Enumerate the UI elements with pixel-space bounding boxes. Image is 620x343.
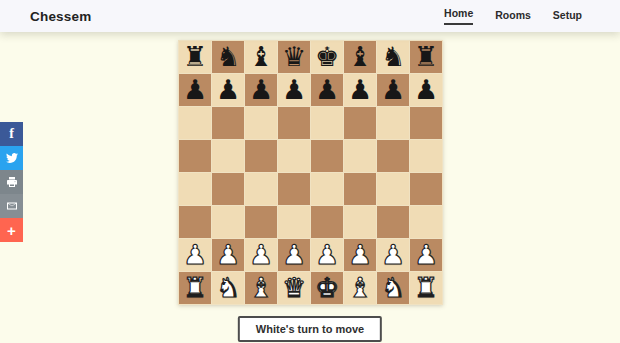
square-e2[interactable]: ♟ bbox=[311, 239, 343, 271]
square-d6[interactable] bbox=[278, 107, 310, 139]
piece-bN-b8[interactable]: ♞ bbox=[216, 41, 240, 73]
square-f7[interactable]: ♟ bbox=[344, 74, 376, 106]
square-e3[interactable] bbox=[311, 206, 343, 238]
square-h3[interactable] bbox=[410, 206, 442, 238]
piece-bP-e7[interactable]: ♟ bbox=[315, 74, 339, 106]
piece-wB-f1[interactable]: ♝ bbox=[348, 272, 372, 304]
piece-wP-g2[interactable]: ♟ bbox=[381, 239, 405, 271]
square-a2[interactable]: ♟ bbox=[179, 239, 211, 271]
square-c4[interactable] bbox=[245, 173, 277, 205]
square-g8[interactable]: ♞ bbox=[377, 41, 409, 73]
facebook-share-button[interactable]: f bbox=[0, 122, 23, 146]
square-d7[interactable]: ♟ bbox=[278, 74, 310, 106]
square-e8[interactable]: ♚ bbox=[311, 41, 343, 73]
piece-wP-d2[interactable]: ♟ bbox=[282, 239, 306, 271]
square-e7[interactable]: ♟ bbox=[311, 74, 343, 106]
square-a8[interactable]: ♜ bbox=[179, 41, 211, 73]
nav-item-rooms[interactable]: Rooms bbox=[495, 9, 531, 23]
square-f4[interactable] bbox=[344, 173, 376, 205]
piece-bP-h7[interactable]: ♟ bbox=[414, 74, 438, 106]
square-f8[interactable]: ♝ bbox=[344, 41, 376, 73]
share-more-button[interactable]: + bbox=[0, 218, 23, 242]
square-h4[interactable] bbox=[410, 173, 442, 205]
square-g7[interactable]: ♟ bbox=[377, 74, 409, 106]
piece-wP-f2[interactable]: ♟ bbox=[348, 239, 372, 271]
piece-wP-b2[interactable]: ♟ bbox=[216, 239, 240, 271]
nav-links: Home Rooms Setup bbox=[422, 7, 582, 25]
piece-bP-f7[interactable]: ♟ bbox=[348, 74, 372, 106]
square-f6[interactable] bbox=[344, 107, 376, 139]
square-c6[interactable] bbox=[245, 107, 277, 139]
piece-bR-h8[interactable]: ♜ bbox=[414, 41, 438, 73]
piece-bP-c7[interactable]: ♟ bbox=[249, 74, 273, 106]
piece-wP-h2[interactable]: ♟ bbox=[414, 239, 438, 271]
square-d2[interactable]: ♟ bbox=[278, 239, 310, 271]
square-a5[interactable] bbox=[179, 140, 211, 172]
square-a3[interactable] bbox=[179, 206, 211, 238]
square-c2[interactable]: ♟ bbox=[245, 239, 277, 271]
square-h1[interactable]: ♜ bbox=[410, 272, 442, 304]
square-e4[interactable] bbox=[311, 173, 343, 205]
square-h8[interactable]: ♜ bbox=[410, 41, 442, 73]
piece-wQ-d1[interactable]: ♛ bbox=[282, 272, 306, 304]
twitter-share-button[interactable] bbox=[0, 146, 23, 170]
square-g3[interactable] bbox=[377, 206, 409, 238]
square-e1[interactable]: ♚ bbox=[311, 272, 343, 304]
square-d4[interactable] bbox=[278, 173, 310, 205]
square-h5[interactable] bbox=[410, 140, 442, 172]
square-g6[interactable] bbox=[377, 107, 409, 139]
piece-wR-h1[interactable]: ♜ bbox=[414, 272, 438, 304]
square-h2[interactable]: ♟ bbox=[410, 239, 442, 271]
square-d8[interactable]: ♛ bbox=[278, 41, 310, 73]
piece-wP-c2[interactable]: ♟ bbox=[249, 239, 273, 271]
twitter-bird-icon bbox=[6, 152, 18, 164]
piece-bP-b7[interactable]: ♟ bbox=[216, 74, 240, 106]
square-e6[interactable] bbox=[311, 107, 343, 139]
top-nav: Chessem Home Rooms Setup bbox=[0, 0, 620, 32]
envelope-icon bbox=[6, 200, 18, 212]
square-d3[interactable] bbox=[278, 206, 310, 238]
square-c5[interactable] bbox=[245, 140, 277, 172]
piece-bP-g7[interactable]: ♟ bbox=[381, 74, 405, 106]
square-b6[interactable] bbox=[212, 107, 244, 139]
chess-board: ♜♞♝♛♚♝♞♜♟♟♟♟♟♟♟♟♟♟♟♟♟♟♟♟♜♞♝♛♚♝♞♜ bbox=[178, 40, 443, 305]
square-g5[interactable] bbox=[377, 140, 409, 172]
square-b4[interactable] bbox=[212, 173, 244, 205]
square-b7[interactable]: ♟ bbox=[212, 74, 244, 106]
piece-bB-f8[interactable]: ♝ bbox=[348, 41, 372, 73]
square-g4[interactable] bbox=[377, 173, 409, 205]
app-title: Chessem bbox=[30, 9, 91, 24]
piece-bP-a7[interactable]: ♟ bbox=[183, 74, 207, 106]
piece-bB-c8[interactable]: ♝ bbox=[249, 41, 273, 73]
square-c3[interactable] bbox=[245, 206, 277, 238]
square-a7[interactable]: ♟ bbox=[179, 74, 211, 106]
square-c7[interactable]: ♟ bbox=[245, 74, 277, 106]
square-f1[interactable]: ♝ bbox=[344, 272, 376, 304]
print-button[interactable] bbox=[0, 170, 23, 194]
plus-icon: + bbox=[7, 223, 16, 238]
square-b8[interactable]: ♞ bbox=[212, 41, 244, 73]
square-f5[interactable] bbox=[344, 140, 376, 172]
social-share-sidebar: f + bbox=[0, 122, 23, 242]
piece-wP-a2[interactable]: ♟ bbox=[183, 239, 207, 271]
square-d5[interactable] bbox=[278, 140, 310, 172]
square-b2[interactable]: ♟ bbox=[212, 239, 244, 271]
square-d1[interactable]: ♛ bbox=[278, 272, 310, 304]
square-c1[interactable]: ♝ bbox=[245, 272, 277, 304]
piece-wR-a1[interactable]: ♜ bbox=[183, 272, 207, 304]
square-a6[interactable] bbox=[179, 107, 211, 139]
piece-bN-g8[interactable]: ♞ bbox=[381, 41, 405, 73]
square-h6[interactable] bbox=[410, 107, 442, 139]
square-c8[interactable]: ♝ bbox=[245, 41, 277, 73]
nav-item-setup[interactable]: Setup bbox=[553, 9, 582, 23]
square-a1[interactable]: ♜ bbox=[179, 272, 211, 304]
piece-wP-e2[interactable]: ♟ bbox=[315, 239, 339, 271]
turn-status: White's turn to move bbox=[238, 316, 382, 342]
square-b5[interactable] bbox=[212, 140, 244, 172]
email-share-button[interactable] bbox=[0, 194, 23, 218]
piece-wN-b1[interactable]: ♞ bbox=[216, 272, 240, 304]
piece-bQ-d8[interactable]: ♛ bbox=[282, 41, 306, 73]
piece-wB-c1[interactable]: ♝ bbox=[249, 272, 273, 304]
facebook-icon: f bbox=[9, 127, 14, 141]
square-a4[interactable] bbox=[179, 173, 211, 205]
square-g2[interactable]: ♟ bbox=[377, 239, 409, 271]
square-e5[interactable] bbox=[311, 140, 343, 172]
square-g1[interactable]: ♞ bbox=[377, 272, 409, 304]
piece-wK-e1[interactable]: ♚ bbox=[315, 272, 339, 304]
piece-bP-d7[interactable]: ♟ bbox=[282, 74, 306, 106]
square-f3[interactable] bbox=[344, 206, 376, 238]
nav-item-home[interactable]: Home bbox=[444, 7, 473, 25]
square-f2[interactable]: ♟ bbox=[344, 239, 376, 271]
printer-icon bbox=[6, 176, 18, 188]
piece-wN-g1[interactable]: ♞ bbox=[381, 272, 405, 304]
square-h7[interactable]: ♟ bbox=[410, 74, 442, 106]
square-b3[interactable] bbox=[212, 206, 244, 238]
piece-bR-a8[interactable]: ♜ bbox=[183, 41, 207, 73]
square-b1[interactable]: ♞ bbox=[212, 272, 244, 304]
piece-bK-e8[interactable]: ♚ bbox=[315, 41, 339, 73]
